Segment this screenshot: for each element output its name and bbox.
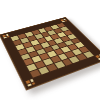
- inlay-mini-square-cream: [27, 83, 31, 86]
- chess-board: [0, 17, 100, 91]
- inlay-mini-square-copper: [7, 36, 10, 38]
- inlay-mini-square-copper: [31, 82, 35, 85]
- board-squares: [9, 22, 95, 79]
- corner-inlay-bottom-left: [24, 78, 37, 88]
- inlay-mini-square-cream: [98, 58, 100, 60]
- corner-inlay-bottom-right: [94, 53, 100, 61]
- photo-background: [0, 0, 100, 100]
- inlay-mini-square-copper: [64, 20, 67, 22]
